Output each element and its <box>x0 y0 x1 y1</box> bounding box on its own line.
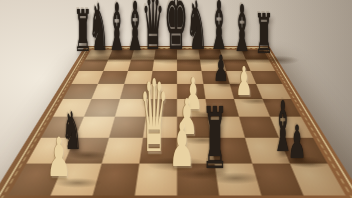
black-pawn-glyph: ♟ <box>270 120 324 166</box>
chess-scene: ♜♞♝♝♛♚♞♝♝♜♟♟♟♟♞♝♛♟♟♜♟ <box>0 0 352 198</box>
white-pawn-glyph: ♟ <box>31 131 86 185</box>
square-b5[interactable] <box>92 84 125 99</box>
square-c1[interactable] <box>93 164 140 196</box>
black-rook-glyph: ♜ <box>190 95 241 180</box>
square-b6[interactable] <box>98 71 128 84</box>
